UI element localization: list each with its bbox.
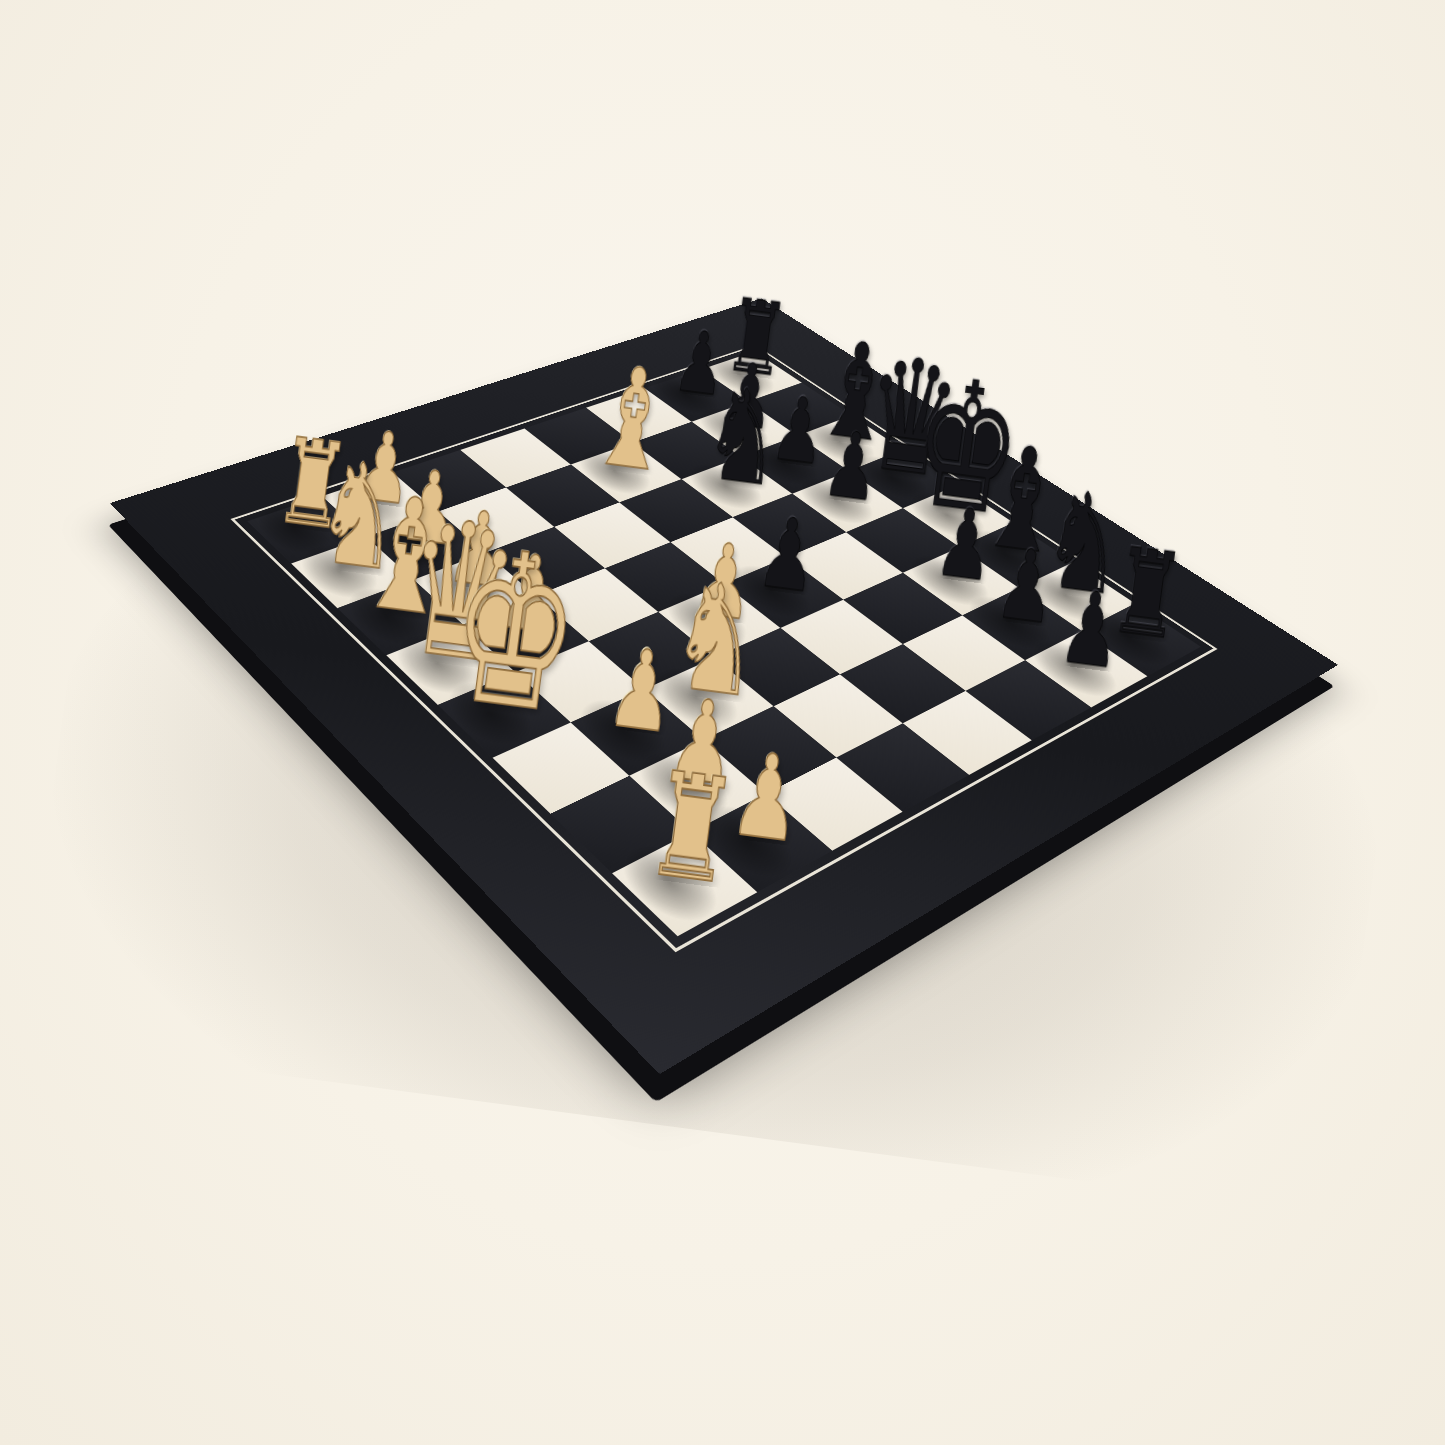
- black-rook-a8: ♜: [690, 191, 835, 384]
- square-e2: [515, 641, 644, 722]
- piece-shadow-c1: [332, 581, 441, 653]
- square-g4: [774, 674, 903, 757]
- photo-background: ♜♝♛♚♝♞♜♟♟♟♟♟♟♟♞♝♟♟♞♟♟♟♟♟♟♟♜♞♝♛♚♜: [0, 0, 1445, 1445]
